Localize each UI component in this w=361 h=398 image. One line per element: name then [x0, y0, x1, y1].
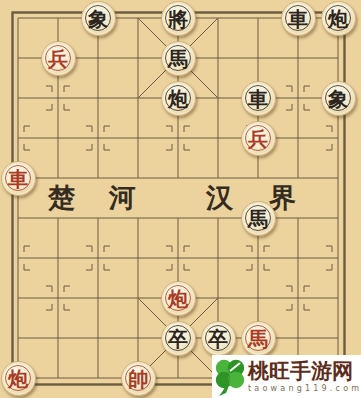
piece-glyph: 馬: [162, 42, 195, 75]
piece-glyph: 象: [322, 82, 355, 115]
piece-red-soldier[interactable]: 兵: [41, 41, 76, 76]
piece-glyph: 炮: [162, 282, 195, 315]
piece-red-general[interactable]: 帥: [121, 361, 156, 396]
piece-glyph: 炮: [2, 362, 35, 395]
piece-black-cannon[interactable]: 炮: [161, 81, 196, 116]
piece-glyph: 象: [82, 2, 115, 35]
piece-glyph: 兵: [42, 42, 75, 75]
piece-black-horse[interactable]: 馬: [161, 41, 196, 76]
watermark-site-url: taowang119.com: [248, 383, 361, 394]
piece-black-horse[interactable]: 馬: [241, 201, 276, 236]
piece-red-soldier[interactable]: 兵: [241, 121, 276, 156]
piece-glyph: 炮: [322, 2, 355, 35]
piece-black-chariot[interactable]: 車: [241, 81, 276, 116]
piece-red-horse[interactable]: 馬: [241, 321, 276, 356]
piece-glyph: 馬: [242, 322, 275, 355]
piece-glyph: 車: [242, 82, 275, 115]
river-label-chu-he: 楚河: [48, 182, 170, 214]
xiangqi-board-screen: 楚河 汉界 象將車炮兵馬炮車象兵車馬炮卒卒馬炮帥 桃旺手游网 taowang11…: [0, 0, 361, 398]
piece-red-cannon[interactable]: 炮: [1, 361, 36, 396]
piece-black-cannon[interactable]: 炮: [321, 1, 356, 36]
piece-glyph: 卒: [162, 322, 195, 355]
piece-glyph: 卒: [202, 322, 235, 355]
piece-glyph: 炮: [162, 82, 195, 115]
piece-glyph: 馬: [242, 202, 275, 235]
piece-glyph: 兵: [242, 122, 275, 155]
piece-black-elephant[interactable]: 象: [81, 1, 116, 36]
piece-black-general[interactable]: 將: [161, 1, 196, 36]
piece-black-chariot[interactable]: 車: [281, 1, 316, 36]
piece-black-soldier[interactable]: 卒: [161, 321, 196, 356]
clover-icon: [213, 357, 246, 397]
piece-glyph: 車: [282, 2, 315, 35]
piece-black-elephant[interactable]: 象: [321, 81, 356, 116]
piece-glyph: 車: [2, 162, 35, 195]
watermark-site-name: 桃旺手游网: [248, 359, 361, 383]
piece-glyph: 將: [162, 2, 195, 35]
piece-red-chariot[interactable]: 車: [1, 161, 36, 196]
watermark: 桃旺手游网 taowang119.com: [212, 355, 361, 398]
piece-red-cannon[interactable]: 炮: [161, 281, 196, 316]
piece-glyph: 帥: [122, 362, 155, 395]
piece-black-soldier[interactable]: 卒: [201, 321, 236, 356]
